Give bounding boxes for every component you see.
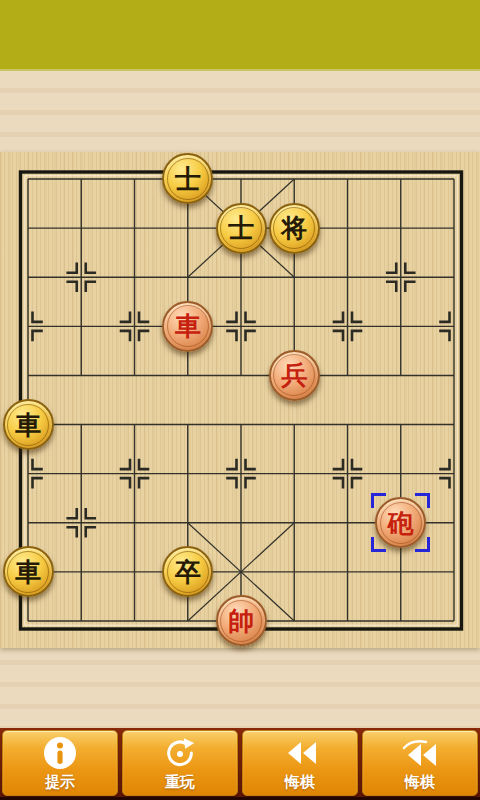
board-cell: 将 (268, 204, 321, 253)
piece-black-advisor[interactable]: 士 (216, 203, 267, 254)
bottom-toolbar: 提示 重玩 悔棋 (0, 728, 480, 800)
hint-button[interactable]: 提示 (2, 730, 118, 796)
restart-icon (163, 735, 197, 771)
piece-black-soldier[interactable]: 卒 (162, 546, 213, 597)
top-banner (0, 0, 480, 71)
xiangqi-board[interactable]: 士士将車兵車砲車卒帥 (1, 154, 480, 645)
piece-black-chariot[interactable]: 車 (3, 399, 54, 450)
piece-red-chariot[interactable]: 車 (162, 301, 213, 352)
board-cell: 兵 (268, 351, 321, 400)
board-cell: 士 (161, 154, 214, 203)
board-cell: 車 (1, 400, 54, 449)
replay-label: 重玩 (165, 773, 195, 792)
selection-brackets (371, 493, 430, 552)
rewind-curve-icon (400, 735, 440, 771)
board-cell: 車 (1, 547, 54, 596)
piece-red-soldier[interactable]: 兵 (269, 350, 320, 401)
piece-red-general[interactable]: 帥 (216, 595, 267, 646)
piece-black-general[interactable]: 将 (269, 203, 320, 254)
piece-red-cannon[interactable]: 砲 (375, 497, 426, 548)
piece-black-chariot[interactable]: 車 (3, 546, 54, 597)
replay-button[interactable]: 重玩 (122, 730, 238, 796)
info-icon (42, 735, 78, 771)
piece-black-advisor[interactable]: 士 (162, 153, 213, 204)
board-cell: 士 (214, 204, 267, 253)
hint-label: 提示 (45, 773, 75, 792)
board-cell: 車 (161, 302, 214, 351)
board-cell: 砲 (374, 498, 427, 547)
undo-button[interactable]: 悔棋 (242, 730, 358, 796)
rewind-icon (280, 735, 320, 771)
board-cell: 卒 (161, 547, 214, 596)
undo-label: 悔棋 (285, 773, 315, 792)
board-cell: 帥 (214, 596, 267, 645)
undo-button-2[interactable]: 悔棋 (362, 730, 478, 796)
undo-2-label: 悔棋 (405, 773, 435, 792)
app-screen: 士士将車兵車砲車卒帥 提示 重玩 (0, 0, 480, 800)
